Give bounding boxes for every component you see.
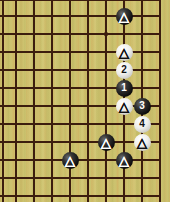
black-stone-marked: △ bbox=[116, 8, 133, 25]
grid-line-horizontal bbox=[0, 51, 161, 53]
grid-line-vertical bbox=[2, 0, 4, 202]
star-point bbox=[104, 32, 108, 36]
triangle-mark-icon: △ bbox=[101, 135, 111, 148]
grid-line-horizontal bbox=[0, 195, 161, 197]
triangle-mark-icon: △ bbox=[65, 153, 75, 166]
grid-line-vertical bbox=[159, 0, 161, 202]
go-board-diagram: △△21△34△△△△ bbox=[0, 0, 170, 202]
grid-line-vertical bbox=[69, 0, 71, 202]
move-number-label: 1 bbox=[121, 83, 127, 93]
triangle-mark-icon: △ bbox=[119, 45, 129, 58]
grid-line-horizontal bbox=[0, 159, 161, 161]
triangle-mark-icon: △ bbox=[119, 153, 129, 166]
grid-line-horizontal bbox=[0, 177, 161, 179]
black-stone-marked: △ bbox=[98, 134, 115, 151]
grid-line-vertical bbox=[33, 0, 35, 202]
move-number-label: 3 bbox=[139, 101, 145, 111]
white-stone-move-2: 2 bbox=[116, 62, 133, 79]
grid-line-vertical bbox=[51, 0, 53, 202]
grid-line-vertical bbox=[105, 0, 107, 202]
white-stone-marked: △ bbox=[116, 98, 133, 115]
white-stone-marked: △ bbox=[134, 134, 151, 151]
grid-line-horizontal bbox=[0, 87, 161, 89]
move-number-label: 4 bbox=[139, 119, 145, 129]
triangle-mark-icon: △ bbox=[119, 99, 129, 112]
white-stone-move-4: 4 bbox=[134, 116, 151, 133]
grid-line-horizontal bbox=[0, 69, 161, 71]
white-stone-marked: △ bbox=[116, 44, 133, 61]
black-stone-move-1: 1 bbox=[116, 80, 133, 97]
grid-line-horizontal bbox=[0, 0, 161, 1]
black-stone-marked: △ bbox=[116, 152, 133, 169]
grid-line-vertical bbox=[15, 0, 17, 202]
grid-line-vertical bbox=[87, 0, 89, 202]
black-stone-marked: △ bbox=[62, 152, 79, 169]
black-stone-move-3: 3 bbox=[134, 98, 151, 115]
triangle-mark-icon: △ bbox=[137, 135, 147, 148]
triangle-mark-icon: △ bbox=[119, 9, 129, 22]
move-number-label: 2 bbox=[121, 65, 127, 75]
grid-line-horizontal bbox=[0, 33, 161, 35]
grid-line-horizontal bbox=[0, 15, 161, 17]
